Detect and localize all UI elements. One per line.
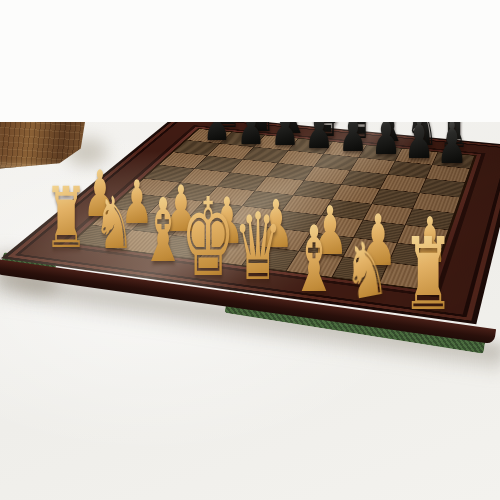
top-crop-band (0, 0, 500, 122)
photo-scene: ♜♞♝♚♛♝♞♜♟♟♟♟♟♟♟♟♟♟♟♟♟♟♟♟♜♞♝♚♛♝♞♜ (0, 0, 500, 500)
board-square (380, 263, 435, 290)
board-square (333, 257, 388, 283)
